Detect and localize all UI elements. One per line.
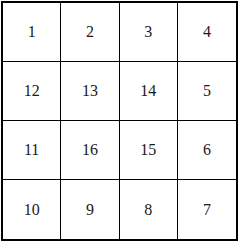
grid-cell-r3c3: 15 — [120, 121, 178, 180]
grid-cell-r4c1: 10 — [3, 180, 61, 239]
grid-cell-r2c4: 5 — [178, 62, 236, 121]
grid-cell-r1c2: 2 — [61, 3, 119, 62]
grid-cell-r1c4: 4 — [178, 3, 236, 62]
screenshot-root: 12341213145111615610987 — [0, 0, 243, 245]
grid-cell-r4c2: 9 — [61, 180, 119, 239]
number-grid: 12341213145111615610987 — [1, 1, 238, 241]
grid-cell-r3c4: 6 — [178, 121, 236, 180]
grid-cell-r3c1: 11 — [3, 121, 61, 180]
grid-cell-r2c1: 12 — [3, 62, 61, 121]
grid-cell-r2c3: 14 — [120, 62, 178, 121]
grid-cell-r1c3: 3 — [120, 3, 178, 62]
grid-cell-r3c2: 16 — [61, 121, 119, 180]
grid-cell-r4c4: 7 — [178, 180, 236, 239]
grid-cell-r4c3: 8 — [120, 180, 178, 239]
grid-cell-r2c2: 13 — [61, 62, 119, 121]
grid-cell-r1c1: 1 — [3, 3, 61, 62]
